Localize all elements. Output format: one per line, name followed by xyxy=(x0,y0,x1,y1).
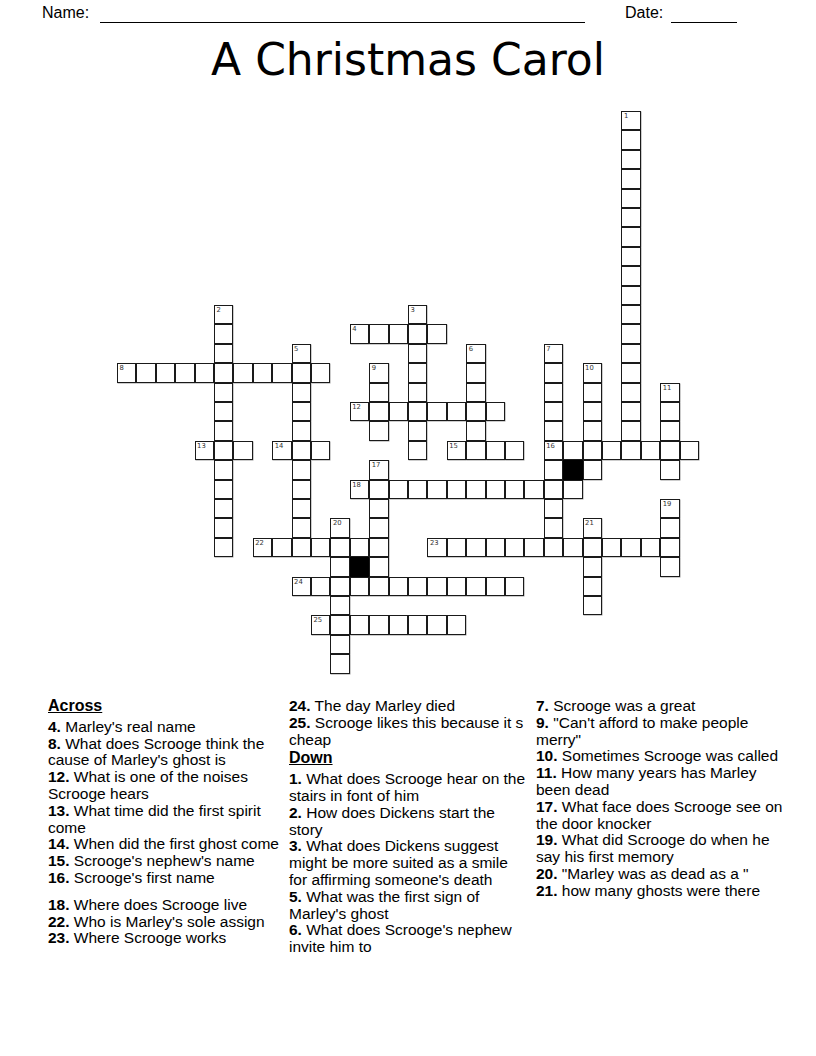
grid-cell[interactable] xyxy=(621,538,640,557)
grid-cell[interactable]: 10 xyxy=(583,363,602,382)
clue-item: 22. Who is Marley's sole assign xyxy=(48,914,280,931)
grid-cell[interactable] xyxy=(544,499,563,518)
clue-column-1: Across4. Marley's real name8. What does … xyxy=(48,698,280,947)
cell-number: 10 xyxy=(585,364,594,372)
grid-cell[interactable]: 11 xyxy=(660,383,679,402)
cell-number: 12 xyxy=(352,403,361,411)
grid-cell[interactable] xyxy=(660,460,679,479)
grid-cell[interactable] xyxy=(466,441,485,460)
clue-item: 20. "Marley was as dead as a " xyxy=(536,866,784,883)
grid-cell[interactable] xyxy=(292,460,311,479)
cell-number: 3 xyxy=(411,306,415,314)
grid-cell[interactable] xyxy=(214,363,233,382)
grid-cell[interactable] xyxy=(214,421,233,440)
grid-cell[interactable]: 2 xyxy=(214,305,233,324)
grid-cell[interactable] xyxy=(602,538,621,557)
grid-cell[interactable] xyxy=(330,596,349,615)
grid-cell[interactable] xyxy=(408,480,427,499)
grid-cell[interactable]: 22 xyxy=(253,538,272,557)
grid-cell[interactable] xyxy=(544,402,563,421)
grid-cell[interactable]: 15 xyxy=(447,441,466,460)
grid-cell[interactable] xyxy=(486,538,505,557)
grid-cell[interactable] xyxy=(214,441,233,460)
worksheet-header: Name: Date: xyxy=(0,2,816,26)
grid-cell[interactable] xyxy=(214,538,233,557)
clue-item: 14. When did the first ghost come xyxy=(48,836,280,853)
date-label: Date: xyxy=(625,4,663,22)
grid-cell[interactable] xyxy=(486,402,505,421)
grid-cell[interactable] xyxy=(466,480,485,499)
grid-cell[interactable] xyxy=(330,635,349,654)
grid-cell[interactable] xyxy=(524,538,543,557)
clue-item: 18. Where does Scrooge live xyxy=(48,897,280,914)
grid-cell[interactable] xyxy=(369,577,388,596)
grid-cell[interactable] xyxy=(292,518,311,537)
grid-cell[interactable] xyxy=(505,441,524,460)
grid-cell[interactable] xyxy=(641,538,660,557)
grid-cell[interactable]: 6 xyxy=(466,344,485,363)
grid-cell[interactable] xyxy=(292,441,311,460)
grid-cell[interactable] xyxy=(292,421,311,440)
grid-cell[interactable] xyxy=(311,538,330,557)
grid-cell[interactable] xyxy=(311,441,330,460)
grid-cell[interactable] xyxy=(621,363,640,382)
clue-item: 3. What does Dickens suggest might be mo… xyxy=(289,838,527,888)
grid-cell[interactable] xyxy=(214,460,233,479)
grid-cell[interactable] xyxy=(408,402,427,421)
crossword-grid: 1234567891011121314151617181920212223242… xyxy=(117,111,700,675)
grid-cell[interactable] xyxy=(330,557,349,576)
grid-cell[interactable] xyxy=(583,577,602,596)
grid-cell[interactable] xyxy=(136,363,155,382)
grid-cell[interactable] xyxy=(563,538,582,557)
grid-cell[interactable] xyxy=(350,577,369,596)
cell-number: 13 xyxy=(197,442,206,450)
grid-cell[interactable]: 5 xyxy=(292,344,311,363)
cell-number: 16 xyxy=(546,442,555,450)
grid-cell[interactable] xyxy=(389,402,408,421)
grid-cell[interactable] xyxy=(544,538,563,557)
grid-cell[interactable] xyxy=(583,421,602,440)
clue-item: 7. Scrooge was a great xyxy=(536,698,784,715)
grid-cell[interactable] xyxy=(292,499,311,518)
grid-cell[interactable] xyxy=(350,538,369,557)
grid-cell[interactable] xyxy=(311,577,330,596)
clue-item: 19. What did Scrooge do when he say his … xyxy=(536,832,784,866)
grid-cell[interactable] xyxy=(621,169,640,188)
grid-cell[interactable] xyxy=(621,227,640,246)
grid-cell[interactable] xyxy=(660,518,679,537)
grid-cell[interactable] xyxy=(660,421,679,440)
grid-cell[interactable]: 18 xyxy=(350,480,369,499)
grid-cell[interactable] xyxy=(408,441,427,460)
grid-cell[interactable] xyxy=(505,577,524,596)
puzzle-title: A Christmas Carol xyxy=(0,34,816,85)
grid-cell[interactable] xyxy=(427,480,446,499)
grid-cell[interactable] xyxy=(544,480,563,499)
grid-cell[interactable] xyxy=(369,402,388,421)
grid-cell[interactable] xyxy=(544,518,563,537)
cell-number: 17 xyxy=(372,461,381,469)
grid-cell[interactable]: 19 xyxy=(660,499,679,518)
grid-cell[interactable] xyxy=(447,402,466,421)
grid-cell[interactable]: 4 xyxy=(350,324,369,343)
grid-cell[interactable] xyxy=(621,441,640,460)
grid-cell[interactable] xyxy=(660,557,679,576)
grid-cell[interactable]: 21 xyxy=(583,518,602,537)
cell-number: 22 xyxy=(255,539,264,547)
grid-cell[interactable] xyxy=(369,538,388,557)
grid-cell[interactable] xyxy=(447,615,466,634)
grid-cell[interactable] xyxy=(505,480,524,499)
grid-cell[interactable] xyxy=(214,518,233,537)
cell-number: 21 xyxy=(585,519,594,527)
cell-number: 5 xyxy=(294,345,298,353)
clue-item: 2. How does Dickens start the story xyxy=(289,805,527,839)
grid-cell[interactable] xyxy=(427,577,446,596)
grid-cell[interactable] xyxy=(466,363,485,382)
clue-section-header: Across xyxy=(48,698,280,715)
grid-cell[interactable] xyxy=(563,480,582,499)
clue-item: 11. How many years has Marley been dead xyxy=(536,765,784,799)
grid-cell[interactable]: 13 xyxy=(195,441,214,460)
grid-cell[interactable] xyxy=(369,324,388,343)
grid-cell[interactable] xyxy=(408,363,427,382)
grid-cell[interactable] xyxy=(621,402,640,421)
grid-cell[interactable]: 12 xyxy=(350,402,369,421)
clue-column-3: 7. Scrooge was a great9. "Can't afford t… xyxy=(536,698,784,900)
grid-cell[interactable] xyxy=(233,363,252,382)
grid-cell[interactable] xyxy=(292,383,311,402)
cell-number: 6 xyxy=(469,345,473,353)
cell-number: 14 xyxy=(275,442,284,450)
grid-cell[interactable] xyxy=(447,538,466,557)
cell-number: 1 xyxy=(624,112,628,120)
grid-cell[interactable]: 14 xyxy=(272,441,291,460)
grid-cell[interactable]: 9 xyxy=(369,363,388,382)
name-label: Name: xyxy=(42,4,89,22)
grid-cell[interactable] xyxy=(563,441,582,460)
grid-cell[interactable] xyxy=(350,615,369,634)
clue-item: 24. The day Marley died xyxy=(289,698,527,715)
grid-cell[interactable] xyxy=(369,518,388,537)
clue-section-header: Down xyxy=(289,750,527,767)
grid-cell[interactable] xyxy=(621,383,640,402)
grid-cell[interactable] xyxy=(621,324,640,343)
cell-number: 23 xyxy=(430,539,439,547)
grid-cell[interactable] xyxy=(214,383,233,402)
grid-cell[interactable] xyxy=(408,383,427,402)
grid-cell[interactable] xyxy=(292,402,311,421)
grid-cell[interactable] xyxy=(505,538,524,557)
grid-cell[interactable]: 8 xyxy=(117,363,136,382)
grid-cell[interactable] xyxy=(621,286,640,305)
grid-cell[interactable] xyxy=(369,421,388,440)
grid-cell[interactable] xyxy=(369,499,388,518)
grid-cell[interactable] xyxy=(427,402,446,421)
grid-cell[interactable] xyxy=(330,654,349,673)
grid-cell[interactable] xyxy=(369,615,388,634)
grid-cell[interactable] xyxy=(486,577,505,596)
clue-item: 6. What does Scrooge's nephew invite him… xyxy=(289,922,527,956)
grid-cell[interactable] xyxy=(544,383,563,402)
grid-cell[interactable] xyxy=(583,460,602,479)
grid-cell[interactable] xyxy=(544,421,563,440)
grid-cell[interactable] xyxy=(330,538,349,557)
grid-cell[interactable]: 24 xyxy=(292,577,311,596)
cell-number: 18 xyxy=(352,481,361,489)
clue-item: 15. Scrooge's nephew's name xyxy=(48,853,280,870)
grid-cell[interactable] xyxy=(330,577,349,596)
grid-cell[interactable] xyxy=(621,208,640,227)
grid-cell[interactable] xyxy=(544,460,563,479)
grid-cell[interactable] xyxy=(369,480,388,499)
grid-cell[interactable] xyxy=(175,363,194,382)
grid-cell[interactable]: 17 xyxy=(369,460,388,479)
grid-cell[interactable] xyxy=(389,480,408,499)
grid-cell[interactable] xyxy=(195,363,214,382)
cell-number: 11 xyxy=(663,384,672,392)
grid-cell[interactable] xyxy=(621,150,640,169)
grid-cell[interactable] xyxy=(641,441,660,460)
grid-cell[interactable] xyxy=(621,305,640,324)
grid-cell[interactable] xyxy=(389,324,408,343)
grid-cell[interactable] xyxy=(621,421,640,440)
grid-cell[interactable]: 3 xyxy=(408,305,427,324)
clue-item: 23. Where Scrooge works xyxy=(48,930,280,947)
grid-cell[interactable]: 25 xyxy=(311,615,330,634)
black-cell xyxy=(563,460,582,479)
grid-cell[interactable] xyxy=(427,324,446,343)
grid-cell[interactable]: 20 xyxy=(330,518,349,537)
grid-cell[interactable] xyxy=(214,344,233,363)
clue-item: 1. What does Scrooge hear on the stairs … xyxy=(289,771,527,805)
grid-cell[interactable] xyxy=(524,480,543,499)
date-fill-line[interactable] xyxy=(671,4,737,23)
cell-number: 7 xyxy=(546,345,550,353)
grid-cell[interactable] xyxy=(466,402,485,421)
clue-item: 25. Scrooge likes this because it s chea… xyxy=(289,715,527,749)
name-fill-line[interactable] xyxy=(100,4,585,23)
grid-cell[interactable] xyxy=(330,615,349,634)
grid-cell[interactable] xyxy=(447,577,466,596)
grid-cell[interactable] xyxy=(583,441,602,460)
grid-cell[interactable] xyxy=(466,421,485,440)
grid-cell[interactable] xyxy=(214,402,233,421)
grid-cell[interactable] xyxy=(583,402,602,421)
grid-cell[interactable] xyxy=(583,538,602,557)
grid-cell[interactable] xyxy=(292,480,311,499)
clue-item: 10. Sometimes Scrooge was called xyxy=(536,748,784,765)
grid-cell[interactable]: 7 xyxy=(544,344,563,363)
grid-cell[interactable] xyxy=(292,363,311,382)
grid-cell[interactable] xyxy=(408,344,427,363)
grid-cell[interactable] xyxy=(369,383,388,402)
grid-cell[interactable]: 1 xyxy=(621,111,640,130)
clue-item: 5. What was the first sign of Marley's g… xyxy=(289,889,527,923)
grid-cell[interactable] xyxy=(369,557,388,576)
clue-item: 21. how many ghosts were there xyxy=(536,883,784,900)
clue-item: 8. What does Scrooge think the cause of … xyxy=(48,736,280,770)
grid-cell[interactable] xyxy=(292,538,311,557)
grid-cell[interactable] xyxy=(621,344,640,363)
cell-number: 24 xyxy=(294,578,303,586)
grid-cell[interactable] xyxy=(214,480,233,499)
grid-cell[interactable] xyxy=(272,363,291,382)
grid-cell[interactable] xyxy=(214,324,233,343)
clue-item: 17. What face does Scrooge see on the do… xyxy=(536,799,784,833)
grid-cell[interactable] xyxy=(466,383,485,402)
clue-item: 16. Scrooge's first name xyxy=(48,870,280,887)
grid-cell[interactable] xyxy=(486,480,505,499)
cell-number: 2 xyxy=(217,306,221,314)
cell-number: 25 xyxy=(314,616,323,624)
grid-cell[interactable] xyxy=(272,538,291,557)
grid-cell[interactable] xyxy=(660,538,679,557)
grid-cell[interactable] xyxy=(466,577,485,596)
grid-cell[interactable] xyxy=(602,441,621,460)
grid-cell[interactable] xyxy=(233,441,252,460)
cell-number: 9 xyxy=(372,364,376,372)
grid-cell[interactable] xyxy=(389,615,408,634)
grid-cell[interactable] xyxy=(466,538,485,557)
grid-cell[interactable] xyxy=(408,421,427,440)
grid-cell[interactable] xyxy=(544,363,563,382)
cell-number: 4 xyxy=(352,325,356,333)
grid-cell[interactable] xyxy=(311,363,330,382)
grid-cell[interactable] xyxy=(253,363,272,382)
grid-cell[interactable] xyxy=(486,441,505,460)
grid-cell[interactable] xyxy=(583,596,602,615)
grid-cell[interactable] xyxy=(621,189,640,208)
cell-number: 8 xyxy=(120,364,124,372)
cell-number: 15 xyxy=(449,442,458,450)
clue-item: 4. Marley's real name xyxy=(48,719,280,736)
clue-column-2: 24. The day Marley died25. Scrooge likes… xyxy=(289,698,527,956)
grid-cell[interactable] xyxy=(156,363,175,382)
cell-number: 19 xyxy=(663,500,672,508)
grid-cell[interactable]: 16 xyxy=(544,441,563,460)
clue-item: 13. What time did the first spirit come xyxy=(48,803,280,837)
grid-cell[interactable] xyxy=(621,247,640,266)
clue-item: 9. "Can't afford to make people merry" xyxy=(536,715,784,749)
grid-cell[interactable] xyxy=(583,383,602,402)
cell-number: 20 xyxy=(333,519,342,527)
grid-cell[interactable] xyxy=(408,615,427,634)
grid-cell[interactable]: 23 xyxy=(427,538,446,557)
grid-cell[interactable] xyxy=(408,577,427,596)
grid-cell[interactable] xyxy=(621,130,640,149)
grid-cell[interactable] xyxy=(389,577,408,596)
grid-cell[interactable] xyxy=(427,615,446,634)
grid-cell[interactable] xyxy=(408,324,427,343)
clue-item: 12. What is one of the noises Scrooge he… xyxy=(48,769,280,803)
black-cell xyxy=(350,557,369,576)
grid-cell[interactable] xyxy=(660,441,679,460)
grid-cell[interactable] xyxy=(621,266,640,285)
grid-cell[interactable] xyxy=(660,402,679,421)
grid-cell[interactable] xyxy=(214,499,233,518)
grid-cell[interactable] xyxy=(447,480,466,499)
grid-cell[interactable] xyxy=(583,557,602,576)
grid-cell[interactable] xyxy=(680,441,699,460)
